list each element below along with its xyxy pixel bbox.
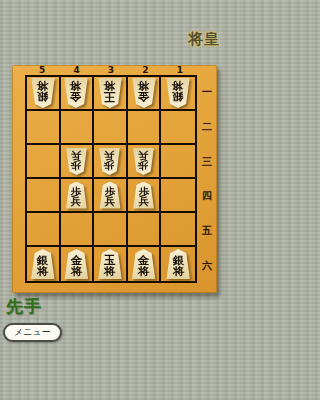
board-cell-4-3[interactable]: 歩兵 [61, 145, 95, 179]
file-label: 5 [25, 65, 59, 75]
piece-kanji: 将 [37, 81, 49, 92]
rank-label: 一 [197, 75, 217, 110]
piece-face: 歩兵 [65, 182, 88, 209]
board-cell-3-5[interactable] [94, 213, 128, 247]
piece-face: 銀将 [30, 78, 56, 108]
board-cell-1-1[interactable]: 銀将 [161, 77, 195, 111]
piece-face: 金将 [131, 78, 157, 108]
board-cell-1-4[interactable] [161, 179, 195, 213]
shogi-piece-gote-歩兵[interactable]: 歩兵 [65, 148, 88, 175]
piece-kanji: 将 [71, 266, 83, 277]
board-cell-5-3[interactable] [27, 145, 61, 179]
piece-kanji: 兵 [138, 150, 149, 160]
board-cell-3-4[interactable]: 歩兵 [94, 179, 128, 213]
piece-kanji: 将 [71, 81, 83, 92]
board-cell-3-3[interactable]: 歩兵 [94, 145, 128, 179]
piece-kanji: 兵 [105, 150, 116, 160]
piece-face: 歩兵 [98, 148, 121, 175]
piece-kanji: 将 [37, 266, 49, 277]
piece-kanji: 将 [172, 266, 184, 277]
board-cell-4-1[interactable]: 金将 [61, 77, 95, 111]
shogi-piece-sente-銀将[interactable]: 銀将 [30, 249, 56, 279]
board-cell-4-6[interactable]: 金将 [61, 247, 95, 281]
board-cell-3-6[interactable]: 玉将 [94, 247, 128, 281]
shogi-board: 54321 一二三四五六 銀将金将王将金将銀将歩兵歩兵歩兵歩兵歩兵歩兵銀将金将玉… [12, 65, 217, 293]
board-cell-4-2[interactable] [61, 111, 95, 145]
piece-face: 金将 [63, 249, 89, 279]
board-cell-2-6[interactable]: 金将 [128, 247, 162, 281]
piece-kanji: 金 [71, 92, 83, 103]
board-cell-1-3[interactable] [161, 145, 195, 179]
shogi-piece-sente-銀将[interactable]: 銀将 [165, 249, 191, 279]
piece-kanji: 兵 [138, 197, 149, 207]
piece-kanji: 歩 [138, 160, 149, 170]
piece-kanji: 銀 [172, 92, 184, 103]
shogi-piece-gote-銀将[interactable]: 銀将 [165, 78, 191, 108]
piece-face: 歩兵 [98, 182, 121, 209]
piece-kanji: 兵 [105, 197, 116, 207]
piece-face: 歩兵 [132, 182, 155, 209]
board-cell-4-5[interactable] [61, 213, 95, 247]
file-label: 2 [128, 65, 162, 75]
board-cell-1-2[interactable] [161, 111, 195, 145]
board-cell-2-4[interactable]: 歩兵 [128, 179, 162, 213]
file-label: 4 [59, 65, 93, 75]
shogi-piece-sente-金将[interactable]: 金将 [131, 249, 157, 279]
board-cell-3-1[interactable]: 王将 [94, 77, 128, 111]
board-cell-5-5[interactable] [27, 213, 61, 247]
shogi-piece-sente-歩兵[interactable]: 歩兵 [65, 182, 88, 209]
rank-label: 二 [197, 110, 217, 145]
piece-face: 銀将 [30, 249, 56, 279]
shogi-piece-sente-歩兵[interactable]: 歩兵 [132, 182, 155, 209]
shogi-piece-gote-金将[interactable]: 金将 [63, 78, 89, 108]
file-label: 3 [94, 65, 128, 75]
rank-label: 三 [197, 144, 217, 179]
piece-face: 歩兵 [65, 148, 88, 175]
shogi-piece-sente-玉将[interactable]: 玉将 [97, 249, 123, 279]
piece-kanji: 将 [104, 266, 116, 277]
piece-kanji: 歩 [105, 160, 116, 170]
board-cell-2-1[interactable]: 金将 [128, 77, 162, 111]
piece-face: 銀将 [165, 78, 191, 108]
rank-labels: 一二三四五六 [197, 75, 217, 283]
piece-kanji: 歩 [71, 160, 82, 170]
file-labels: 54321 [25, 65, 197, 75]
shogi-piece-gote-金将[interactable]: 金将 [131, 78, 157, 108]
piece-kanji: 将 [172, 81, 184, 92]
shogi-piece-gote-銀将[interactable]: 銀将 [30, 78, 56, 108]
board-cell-4-4[interactable]: 歩兵 [61, 179, 95, 213]
piece-kanji: 兵 [71, 150, 82, 160]
turn-indicator: 先手 [6, 295, 42, 318]
rank-label: 五 [197, 214, 217, 249]
piece-face: 王将 [97, 78, 123, 108]
board-cell-3-2[interactable] [94, 111, 128, 145]
menu-button[interactable]: メニュー [3, 323, 62, 342]
shogi-piece-gote-歩兵[interactable]: 歩兵 [98, 148, 121, 175]
piece-kanji: 銀 [37, 92, 49, 103]
shogi-piece-sente-歩兵[interactable]: 歩兵 [98, 182, 121, 209]
piece-kanji: 金 [138, 92, 150, 103]
shogi-piece-sente-金将[interactable]: 金将 [63, 249, 89, 279]
rank-label: 四 [197, 179, 217, 214]
piece-face: 金将 [131, 249, 157, 279]
app-logo: 将皇 [180, 30, 220, 49]
board-grid: 銀将金将王将金将銀将歩兵歩兵歩兵歩兵歩兵歩兵銀将金将玉将金将銀将 [25, 75, 197, 283]
board-cell-5-2[interactable] [27, 111, 61, 145]
file-label: 1 [163, 65, 197, 75]
board-cell-1-6[interactable]: 銀将 [161, 247, 195, 281]
piece-kanji: 将 [138, 81, 150, 92]
rank-label: 六 [197, 248, 217, 283]
shogi-piece-gote-歩兵[interactable]: 歩兵 [132, 148, 155, 175]
piece-kanji: 将 [138, 266, 150, 277]
board-cell-5-4[interactable] [27, 179, 61, 213]
board-cell-1-5[interactable] [161, 213, 195, 247]
board-cell-2-3[interactable]: 歩兵 [128, 145, 162, 179]
piece-face: 銀将 [165, 249, 191, 279]
board-cell-5-1[interactable]: 銀将 [27, 77, 61, 111]
board-cell-2-2[interactable] [128, 111, 162, 145]
board-cell-5-6[interactable]: 銀将 [27, 247, 61, 281]
piece-kanji: 兵 [71, 197, 82, 207]
piece-face: 玉将 [97, 249, 123, 279]
piece-kanji: 将 [104, 81, 116, 92]
shogi-piece-gote-王将[interactable]: 王将 [97, 78, 123, 108]
piece-face: 歩兵 [132, 148, 155, 175]
piece-face: 金将 [63, 78, 89, 108]
board-cell-2-5[interactable] [128, 213, 162, 247]
piece-kanji: 王 [104, 92, 116, 103]
